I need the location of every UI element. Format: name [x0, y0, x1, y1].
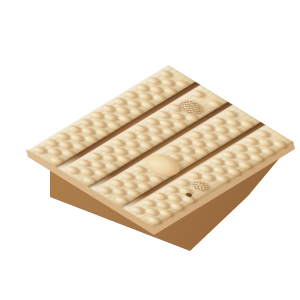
product-photo: [0, 0, 300, 300]
